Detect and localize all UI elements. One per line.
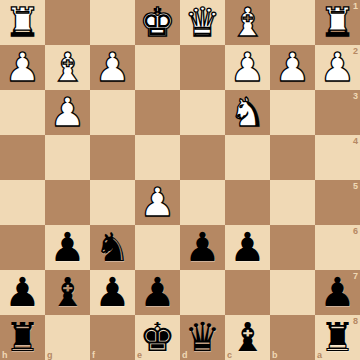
square-b6[interactable] [270,225,315,270]
square-c1[interactable]: ♝ [225,0,270,45]
piece-white-bishop[interactable]: ♝ [225,0,270,45]
rank-label-5: 5 [353,181,358,191]
piece-white-pawn[interactable]: ♟ [45,90,90,135]
square-a5[interactable]: 5 [315,180,360,225]
piece-black-pawn[interactable]: ♟ [0,270,45,315]
piece-white-rook[interactable]: ♜ [0,0,45,45]
square-a3[interactable]: 3 [315,90,360,135]
square-h6[interactable] [0,225,45,270]
square-f8[interactable]: f [90,315,135,360]
piece-black-knight[interactable]: ♞ [90,225,135,270]
file-label-g: g [47,350,53,360]
square-e7[interactable]: ♟ [135,270,180,315]
square-a4[interactable]: 4 [315,135,360,180]
square-c8[interactable]: ♝c [225,315,270,360]
square-d8[interactable]: ♛d [180,315,225,360]
square-d3[interactable] [180,90,225,135]
square-g5[interactable] [45,180,90,225]
square-d1[interactable]: ♛ [180,0,225,45]
piece-black-pawn[interactable]: ♟ [315,270,360,315]
square-c6[interactable]: ♟ [225,225,270,270]
piece-black-pawn[interactable]: ♟ [225,225,270,270]
square-f7[interactable]: ♟ [90,270,135,315]
square-g6[interactable]: ♟ [45,225,90,270]
square-a1[interactable]: ♜1 [315,0,360,45]
square-d2[interactable] [180,45,225,90]
square-e5[interactable]: ♟ [135,180,180,225]
piece-white-bishop[interactable]: ♝ [45,45,90,90]
square-d7[interactable] [180,270,225,315]
square-b8[interactable]: b [270,315,315,360]
piece-white-pawn[interactable]: ♟ [315,45,360,90]
piece-white-pawn[interactable]: ♟ [0,45,45,90]
square-h1[interactable]: ♜ [0,0,45,45]
square-e6[interactable] [135,225,180,270]
square-e8[interactable]: ♚e [135,315,180,360]
square-b2[interactable]: ♟ [270,45,315,90]
piece-black-queen[interactable]: ♛ [180,315,225,360]
square-b3[interactable] [270,90,315,135]
piece-black-pawn[interactable]: ♟ [90,270,135,315]
square-h7[interactable]: ♟ [0,270,45,315]
square-a2[interactable]: ♟2 [315,45,360,90]
piece-white-pawn[interactable]: ♟ [270,45,315,90]
piece-white-pawn[interactable]: ♟ [225,45,270,90]
square-c3[interactable]: ♞ [225,90,270,135]
square-e4[interactable] [135,135,180,180]
square-f3[interactable] [90,90,135,135]
piece-black-pawn[interactable]: ♟ [180,225,225,270]
square-e1[interactable]: ♚ [135,0,180,45]
square-c7[interactable] [225,270,270,315]
square-f1[interactable] [90,0,135,45]
piece-black-king[interactable]: ♚ [135,315,180,360]
piece-black-rook[interactable]: ♜ [315,315,360,360]
piece-black-bishop[interactable]: ♝ [45,270,90,315]
piece-white-pawn[interactable]: ♟ [135,180,180,225]
piece-white-rook[interactable]: ♜ [315,0,360,45]
square-g8[interactable]: g [45,315,90,360]
square-b5[interactable] [270,180,315,225]
square-f6[interactable]: ♞ [90,225,135,270]
square-c4[interactable] [225,135,270,180]
square-a8[interactable]: ♜8a [315,315,360,360]
square-e3[interactable] [135,90,180,135]
square-b4[interactable] [270,135,315,180]
piece-black-rook[interactable]: ♜ [0,315,45,360]
rank-label-3: 3 [353,91,358,101]
piece-white-pawn[interactable]: ♟ [90,45,135,90]
square-h3[interactable] [0,90,45,135]
square-a7[interactable]: ♟7 [315,270,360,315]
square-g2[interactable]: ♝ [45,45,90,90]
file-label-b: b [272,350,278,360]
square-f2[interactable]: ♟ [90,45,135,90]
square-h2[interactable]: ♟ [0,45,45,90]
chess-board: ♜♚♛♝♜1♟♝♟♟♟♟2♟♞34♟5♟♞♟♟6♟♝♟♟♟7♜hgf♚e♛d♝c… [0,0,360,360]
square-c2[interactable]: ♟ [225,45,270,90]
file-label-f: f [92,350,95,360]
piece-black-pawn[interactable]: ♟ [135,270,180,315]
rank-label-4: 4 [353,136,358,146]
square-h5[interactable] [0,180,45,225]
square-d4[interactable] [180,135,225,180]
square-g4[interactable] [45,135,90,180]
square-f4[interactable] [90,135,135,180]
piece-black-bishop[interactable]: ♝ [225,315,270,360]
square-g3[interactable]: ♟ [45,90,90,135]
square-b7[interactable] [270,270,315,315]
square-b1[interactable] [270,0,315,45]
square-f5[interactable] [90,180,135,225]
square-h4[interactable] [0,135,45,180]
rank-label-6: 6 [353,226,358,236]
piece-black-pawn[interactable]: ♟ [45,225,90,270]
square-a6[interactable]: 6 [315,225,360,270]
square-d5[interactable] [180,180,225,225]
square-g7[interactable]: ♝ [45,270,90,315]
piece-white-king[interactable]: ♚ [135,0,180,45]
square-c5[interactable] [225,180,270,225]
piece-white-knight[interactable]: ♞ [225,90,270,135]
square-d6[interactable]: ♟ [180,225,225,270]
square-h8[interactable]: ♜h [0,315,45,360]
square-g1[interactable] [45,0,90,45]
square-e2[interactable] [135,45,180,90]
piece-white-queen[interactable]: ♛ [180,0,225,45]
